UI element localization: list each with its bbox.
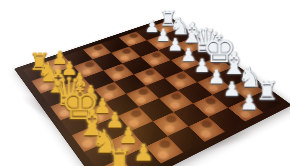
board: ♜♟♟♜♞♟♟♞♝♟♟♝♛♟♟♛♚♟♟♚♝♟♟♝♞♟♟♞♜♟♟♜ — [14, 17, 290, 166]
silver-rook: ♜ — [145, 9, 190, 29]
board-frame: ♜♟♟♜♞♟♟♞♝♟♟♝♛♟♟♛♚♟♟♚♝♟♟♝♞♟♟♞♜♟♟♜ — [14, 17, 290, 166]
silver-rook: ♜ — [239, 79, 290, 104]
chess-set-photo: ♜♟♟♜♞♟♟♞♝♟♟♝♛♟♟♛♚♟♟♚♝♟♟♝♞♟♟♞♜♟♟♜ — [0, 0, 290, 166]
silver-bishop: ♝ — [208, 49, 260, 79]
board-grid: ♜♟♟♜♞♟♟♞♝♟♟♝♛♟♟♛♚♟♟♚♝♟♟♝♞♟♟♞♜♟♟♜ — [23, 21, 281, 166]
square-e5 — [146, 78, 179, 98]
scene: ♜♟♟♜♞♟♟♞♝♟♟♝♛♟♟♛♚♟♟♚♝♟♟♝♞♟♟♞♜♟♟♜ — [0, 0, 290, 166]
